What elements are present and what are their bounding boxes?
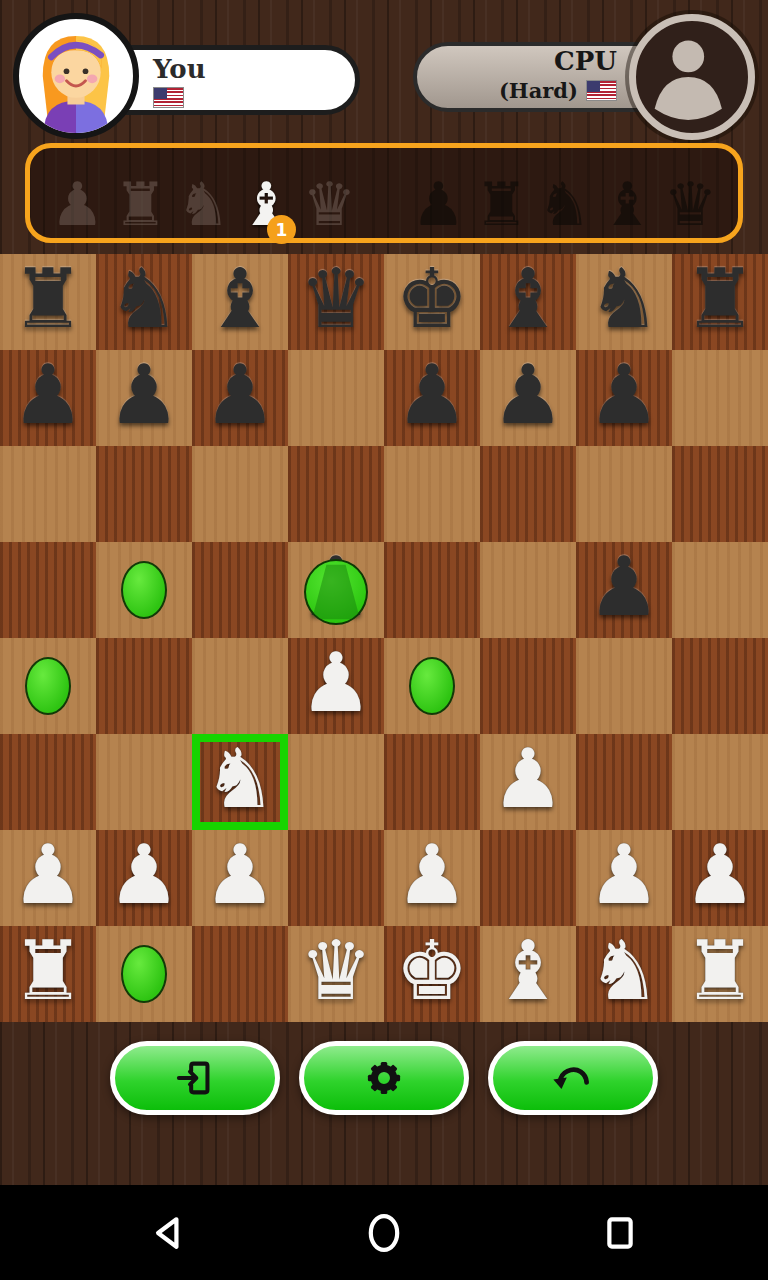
captured-white-queen: ♛ [298, 152, 361, 234]
white-queen-d1: ♛ [299, 930, 373, 1018]
black-knight-g8: ♞ [587, 258, 661, 346]
captured-white-bishop: ♝1 [235, 152, 298, 234]
player-cpu-name: CPU [417, 48, 617, 75]
captured-white-knight: ♞ [172, 152, 235, 234]
square-a5[interactable] [0, 542, 96, 638]
square-e7[interactable]: ♟ [384, 350, 480, 446]
square-a3[interactable] [0, 734, 96, 830]
white-rook-a1: ♜ [11, 930, 85, 1018]
black-queen-tray-icon: ♛ [664, 174, 718, 234]
white-pawn-e2: ♟ [395, 834, 469, 922]
square-h5[interactable] [672, 542, 768, 638]
square-b8[interactable]: ♞ [96, 254, 192, 350]
us-flag-icon [586, 80, 617, 101]
square-g1[interactable]: ♞ [576, 926, 672, 1022]
player-you-avatar [13, 13, 139, 139]
white-queen-tray-icon: ♛ [303, 174, 357, 234]
square-b3[interactable] [96, 734, 192, 830]
square-b4[interactable] [96, 638, 192, 734]
white-pawn-g2: ♟ [587, 834, 661, 922]
captured-white-pieces-group: ♟♜♞♝1♛ [46, 152, 361, 234]
white-pawn-b2: ♟ [107, 834, 181, 922]
captured-black-knight: ♞ [533, 152, 596, 234]
square-e2[interactable]: ♟ [384, 830, 480, 926]
white-pawn-tray-icon: ♟ [51, 174, 105, 234]
undo-icon [547, 1055, 599, 1101]
square-d6[interactable] [288, 446, 384, 542]
black-pawn-c7: ♟ [203, 354, 277, 442]
square-f1[interactable]: ♝ [480, 926, 576, 1022]
white-pawn-c2: ♟ [203, 834, 277, 922]
move-target-dot-a4[interactable] [25, 657, 71, 715]
square-d7[interactable] [288, 350, 384, 446]
back-triangle-icon[interactable] [148, 1211, 192, 1255]
square-e4[interactable] [384, 638, 480, 734]
black-king-e8: ♚ [395, 258, 469, 346]
square-e8[interactable]: ♚ [384, 254, 480, 350]
white-king-e1: ♚ [395, 930, 469, 1018]
square-d1[interactable]: ♛ [288, 926, 384, 1022]
black-bishop-tray-icon: ♝ [601, 174, 655, 234]
home-circle-icon[interactable] [362, 1211, 406, 1255]
exit-icon [172, 1055, 218, 1101]
us-flag-icon [153, 87, 184, 108]
square-e3[interactable] [384, 734, 480, 830]
captured-count-badge: 1 [267, 215, 296, 244]
square-e6[interactable] [384, 446, 480, 542]
square-f2[interactable] [480, 830, 576, 926]
white-knight-g1: ♞ [587, 930, 661, 1018]
square-e1[interactable]: ♚ [384, 926, 480, 1022]
square-h8[interactable]: ♜ [672, 254, 768, 350]
square-h4[interactable] [672, 638, 768, 734]
black-knight-b8: ♞ [107, 258, 181, 346]
black-bishop-c8: ♝ [203, 258, 277, 346]
player-cpu-avatar [629, 14, 755, 140]
square-a1[interactable]: ♜ [0, 926, 96, 1022]
move-target-dot-e4[interactable] [409, 657, 455, 715]
square-c4[interactable] [192, 638, 288, 734]
android-nav-bar [0, 1185, 768, 1280]
black-queen-d8: ♛ [299, 258, 373, 346]
white-pawn-a2: ♟ [11, 834, 85, 922]
move-target-dot-b1[interactable] [121, 945, 167, 1003]
gear-icon [361, 1055, 407, 1101]
white-pawn-h2: ♟ [683, 834, 757, 922]
square-g2[interactable]: ♟ [576, 830, 672, 926]
captured-pieces-tray: ♟♜♞♝1♛ ♟♜♞♝♛ [25, 143, 743, 243]
black-rook-tray-icon: ♜ [475, 174, 529, 234]
white-rook-h1: ♜ [683, 930, 757, 1018]
square-b1[interactable] [96, 926, 192, 1022]
exit-button[interactable] [110, 1041, 280, 1115]
move-target-dot-b5[interactable] [121, 561, 167, 619]
square-h6[interactable] [672, 446, 768, 542]
white-bishop-f1: ♝ [491, 930, 565, 1018]
undo-button[interactable] [488, 1041, 658, 1115]
white-rook-tray-icon: ♜ [114, 174, 168, 234]
black-bishop-f8: ♝ [491, 258, 565, 346]
square-f3[interactable]: ♟ [480, 734, 576, 830]
square-f6[interactable] [480, 446, 576, 542]
square-a7[interactable]: ♟ [0, 350, 96, 446]
black-rook-a8: ♜ [11, 258, 85, 346]
black-knight-tray-icon: ♞ [538, 174, 592, 234]
white-pawn-d4: ♟ [299, 642, 373, 730]
square-e5[interactable] [384, 542, 480, 638]
black-pawn-f7: ♟ [491, 354, 565, 442]
settings-button[interactable] [299, 1041, 469, 1115]
black-pawn-a7: ♟ [11, 354, 85, 442]
captured-black-rook: ♜ [470, 152, 533, 234]
square-b6[interactable] [96, 446, 192, 542]
white-knight-tray-icon: ♞ [177, 174, 231, 234]
square-g7[interactable]: ♟ [576, 350, 672, 446]
square-b2[interactable]: ♟ [96, 830, 192, 926]
chess-app-screen: You CPU (Hard) [0, 0, 768, 1280]
square-f4[interactable] [480, 638, 576, 734]
square-d3[interactable] [288, 734, 384, 830]
player-you-name: You [153, 56, 355, 83]
square-c1[interactable] [192, 926, 288, 1022]
recents-square-icon[interactable] [598, 1211, 642, 1255]
square-c3[interactable]: ♞ [192, 734, 288, 830]
square-g4[interactable] [576, 638, 672, 734]
black-rook-h8: ♜ [683, 258, 757, 346]
girl-avatar-icon [19, 19, 133, 133]
cpu-difficulty-label: (Hard) [499, 78, 578, 103]
captured-white-rook: ♜ [109, 152, 172, 234]
square-f5[interactable] [480, 542, 576, 638]
square-b7[interactable]: ♟ [96, 350, 192, 446]
square-a6[interactable] [0, 446, 96, 542]
white-pawn-f3: ♟ [491, 738, 565, 826]
person-silhouette-icon [636, 21, 748, 133]
square-a2[interactable]: ♟ [0, 830, 96, 926]
captured-white-pawn: ♟ [46, 152, 109, 234]
white-knight-c3: ♞ [203, 738, 277, 826]
square-c5[interactable] [192, 542, 288, 638]
square-h1[interactable]: ♜ [672, 926, 768, 1022]
square-g3[interactable] [576, 734, 672, 830]
square-a4[interactable] [0, 638, 96, 734]
black-pawn-g5: ♟ [587, 546, 661, 634]
square-d4[interactable]: ♟ [288, 638, 384, 734]
black-pawn-b7: ♟ [107, 354, 181, 442]
capture-target-marker-d5[interactable] [304, 559, 368, 625]
square-h7[interactable] [672, 350, 768, 446]
captured-black-pawn: ♟ [407, 152, 470, 234]
square-g6[interactable] [576, 446, 672, 542]
black-pawn-g7: ♟ [587, 354, 661, 442]
square-c7[interactable]: ♟ [192, 350, 288, 446]
control-buttons-bar [0, 1041, 768, 1115]
black-pawn-tray-icon: ♟ [412, 174, 466, 234]
square-h2[interactable]: ♟ [672, 830, 768, 926]
square-a8[interactable]: ♜ [0, 254, 96, 350]
square-b5[interactable] [96, 542, 192, 638]
square-c8[interactable]: ♝ [192, 254, 288, 350]
square-f8[interactable]: ♝ [480, 254, 576, 350]
square-g8[interactable]: ♞ [576, 254, 672, 350]
square-f7[interactable]: ♟ [480, 350, 576, 446]
captured-black-pieces-group: ♟♜♞♝♛ [407, 152, 722, 234]
captured-black-queen: ♛ [659, 152, 722, 234]
chess-board: ♜♞♝♛♚♝♞♜♟♟♟♟♟♟♟♟♟♞♟♟♟♟♟♟♟♜♛♚♝♞♜ [0, 254, 768, 1022]
square-c2[interactable]: ♟ [192, 830, 288, 926]
square-d5[interactable]: ♟ [288, 542, 384, 638]
captured-black-bishop: ♝ [596, 152, 659, 234]
square-c6[interactable] [192, 446, 288, 542]
square-d2[interactable] [288, 830, 384, 926]
black-pawn-e7: ♟ [395, 354, 469, 442]
square-h3[interactable] [672, 734, 768, 830]
square-d8[interactable]: ♛ [288, 254, 384, 350]
square-g5[interactable]: ♟ [576, 542, 672, 638]
